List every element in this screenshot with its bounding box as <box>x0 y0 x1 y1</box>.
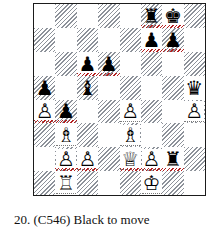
piece-black-king-g8: ♚ <box>164 6 182 26</box>
red-squiggle-annotation <box>162 25 183 28</box>
piece-black-bishop-c5: ♝ <box>78 78 96 98</box>
square-e8 <box>120 4 141 28</box>
red-squiggle-annotation <box>162 49 183 52</box>
red-squiggle-annotation <box>141 49 162 52</box>
piece-white-pawn-f2: ♙ <box>142 149 162 170</box>
red-squiggle-annotation <box>141 168 162 171</box>
piece-black-pawn-c6: ♟ <box>78 54 96 74</box>
square-d8 <box>98 4 119 28</box>
square-f7: ♟ <box>141 28 162 52</box>
square-g3 <box>162 123 183 147</box>
square-e6 <box>120 52 141 76</box>
square-b6 <box>55 52 76 76</box>
square-b7 <box>55 28 76 52</box>
square-h1 <box>184 171 205 195</box>
square-e3: ♗ <box>120 123 141 147</box>
square-f4 <box>141 100 162 124</box>
square-c3 <box>77 123 98 147</box>
square-g8: ♚ <box>162 4 183 28</box>
piece-white-pawn-b2: ♙ <box>56 149 76 170</box>
square-a2 <box>34 147 55 171</box>
piece-black-rook-f8: ♜ <box>143 6 161 26</box>
square-d1 <box>98 171 119 195</box>
square-a3 <box>34 123 55 147</box>
square-e5 <box>120 76 141 100</box>
square-d3 <box>98 123 119 147</box>
red-squiggle-annotation <box>141 25 162 28</box>
square-c2: ♙ <box>77 147 98 171</box>
piece-white-bishop-b3: ♗ <box>56 125 76 146</box>
square-a1 <box>34 171 55 195</box>
red-squiggle-annotation <box>98 73 119 76</box>
square-e2: ♕ <box>120 147 141 171</box>
square-d4 <box>98 100 119 124</box>
page: { "game": "chess", "caption": { "text": … <box>0 0 207 235</box>
diagram-caption: 20. (C546) Black to move <box>14 212 149 228</box>
piece-black-queen-h5: ♛ <box>185 78 203 98</box>
piece-white-pawn-a4: ♙ <box>35 101 55 122</box>
square-d5 <box>98 76 119 100</box>
square-b4: ♟ <box>55 100 76 124</box>
square-a6 <box>34 52 55 76</box>
square-f1: ♔ <box>141 171 162 195</box>
square-d6: ♟ <box>98 52 119 76</box>
square-c8 <box>77 4 98 28</box>
piece-white-pawn-e4: ♙ <box>120 101 140 122</box>
square-c5: ♝ <box>77 76 98 100</box>
square-f6 <box>141 52 162 76</box>
square-a5: ♟ <box>34 76 55 100</box>
square-h5: ♛ <box>184 76 205 100</box>
square-b2: ♙ <box>55 147 76 171</box>
square-g7: ♟ <box>162 28 183 52</box>
square-h6 <box>184 52 205 76</box>
square-g1 <box>162 171 183 195</box>
square-g4 <box>162 100 183 124</box>
red-squiggle-annotation <box>55 168 76 171</box>
square-h8 <box>184 4 205 28</box>
piece-black-pawn-b4: ♟ <box>57 101 75 121</box>
red-squiggle-annotation <box>120 168 141 171</box>
piece-white-king-f1: ♔ <box>142 173 162 194</box>
piece-white-rook-b1: ♖ <box>56 173 76 194</box>
square-f5 <box>141 76 162 100</box>
piece-black-pawn-a5: ♟ <box>36 78 54 98</box>
square-a4: ♙ <box>34 100 55 124</box>
square-b3: ♗ <box>55 123 76 147</box>
square-e1 <box>120 171 141 195</box>
red-squiggle-annotation <box>34 120 55 123</box>
square-a7 <box>34 28 55 52</box>
piece-white-bishop-e3: ♗ <box>120 125 140 146</box>
square-c7 <box>77 28 98 52</box>
square-c1 <box>77 171 98 195</box>
piece-black-pawn-d6: ♟ <box>100 54 118 74</box>
square-f3 <box>141 123 162 147</box>
square-b1: ♖ <box>55 171 76 195</box>
piece-black-pawn-f7: ♟ <box>143 30 161 50</box>
square-f8: ♜ <box>141 4 162 28</box>
piece-white-pawn-h4: ♙ <box>184 101 204 122</box>
square-c4 <box>77 100 98 124</box>
square-b8 <box>55 4 76 28</box>
square-h4: ♙ <box>184 100 205 124</box>
square-h2 <box>184 147 205 171</box>
square-f2: ♙ <box>141 147 162 171</box>
square-d2 <box>98 147 119 171</box>
square-e7 <box>120 28 141 52</box>
square-a8 <box>34 4 55 28</box>
red-squiggle-annotation <box>77 73 98 76</box>
square-d7 <box>98 28 119 52</box>
square-b5 <box>55 76 76 100</box>
chess-board: ♜♚♟♟♟♟♟♝♛♙♟♙♙♗♗♙♙♕♙♜♖♔ <box>33 3 206 196</box>
piece-black-pawn-g7: ♟ <box>164 30 182 50</box>
red-squiggle-annotation <box>77 168 98 171</box>
piece-black-rook-g2: ♜ <box>164 149 182 169</box>
red-squiggle-annotation <box>55 120 76 123</box>
square-g2: ♜ <box>162 147 183 171</box>
piece-white-pawn-c2: ♙ <box>77 149 97 170</box>
square-g6 <box>162 52 183 76</box>
square-e4: ♙ <box>120 100 141 124</box>
square-h7 <box>184 28 205 52</box>
piece-white-queen-e2: ♕ <box>120 149 140 170</box>
square-c6: ♟ <box>77 52 98 76</box>
square-g5 <box>162 76 183 100</box>
red-squiggle-annotation <box>162 168 183 171</box>
square-h3 <box>184 123 205 147</box>
